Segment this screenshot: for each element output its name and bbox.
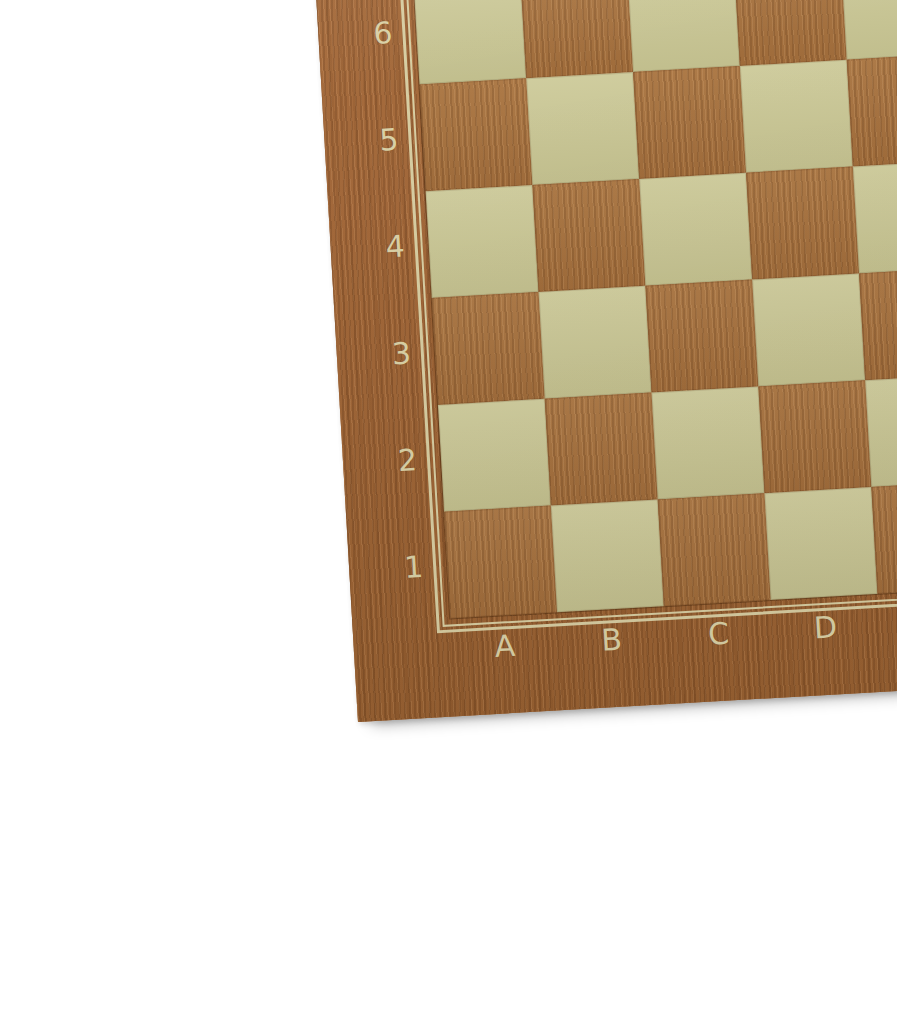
square-b6 xyxy=(520,0,633,78)
rank-label-3: 3 xyxy=(378,299,426,408)
square-d3 xyxy=(752,273,865,386)
square-d2 xyxy=(758,380,871,493)
square-c4 xyxy=(639,173,752,286)
square-a6 xyxy=(413,0,526,84)
rank-label-5: 5 xyxy=(365,85,413,194)
square-c6 xyxy=(627,0,740,72)
square-e3 xyxy=(859,267,897,380)
square-a2 xyxy=(438,399,551,512)
square-b4 xyxy=(532,179,645,292)
chess-board: 12345678 ABCDEFGH xyxy=(297,0,897,722)
square-b1 xyxy=(551,499,664,612)
square-d5 xyxy=(740,60,853,173)
square-d6 xyxy=(734,0,847,66)
square-b5 xyxy=(526,72,639,185)
file-label-a: A xyxy=(450,612,560,680)
square-a5 xyxy=(419,78,532,191)
square-e2 xyxy=(865,374,897,487)
square-e5 xyxy=(847,54,897,167)
square-c5 xyxy=(633,66,746,179)
rank-label-2: 2 xyxy=(384,406,432,515)
rank-label-1: 1 xyxy=(390,512,438,621)
square-a4 xyxy=(426,185,539,298)
square-a3 xyxy=(432,292,545,405)
board-squares xyxy=(401,0,897,619)
square-d4 xyxy=(746,167,859,280)
square-c3 xyxy=(645,280,758,393)
square-c2 xyxy=(652,386,765,499)
file-label-c: C xyxy=(664,600,774,668)
square-b3 xyxy=(539,286,652,399)
square-b2 xyxy=(545,393,658,506)
square-c1 xyxy=(658,493,771,606)
square-e6 xyxy=(841,0,897,60)
square-d1 xyxy=(765,487,878,600)
file-label-b: B xyxy=(557,606,667,674)
rank-label-4: 4 xyxy=(372,192,420,301)
file-label-d: D xyxy=(771,594,881,662)
rank-label-6: 6 xyxy=(359,0,407,88)
photo-background: 12345678 ABCDEFGH xyxy=(0,0,897,1024)
file-label-e: E xyxy=(877,588,897,656)
square-a1 xyxy=(444,506,557,619)
square-e4 xyxy=(853,160,897,273)
